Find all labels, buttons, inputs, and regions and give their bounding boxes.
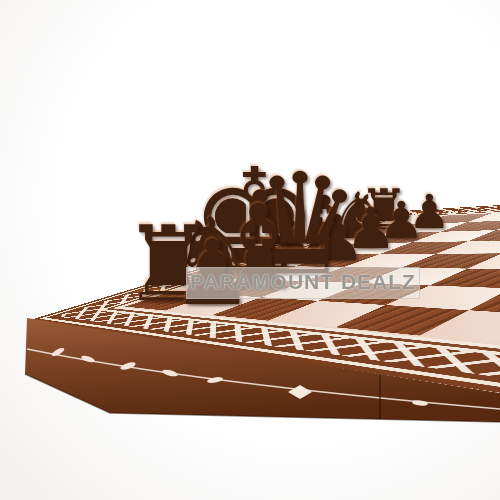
watermark: PARAMOUNT DEALZ	[186, 267, 420, 299]
pieces-layer: ♜♞♟♝♚♛♟♟♝♟♞♟♜♟	[0, 0, 500, 500]
product-photo-stage: ♜♞♟♝♚♛♟♟♝♟♞♟♜♟ PARAMOUNT DEALZ	[0, 0, 500, 500]
